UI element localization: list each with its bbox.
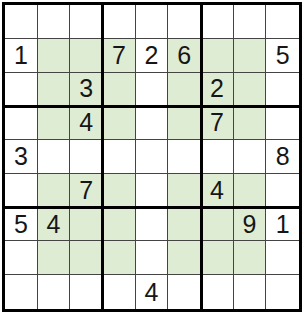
cell-r6c4[interactable] — [103, 174, 136, 208]
cell-r1c6[interactable] — [168, 5, 201, 39]
cell-r2c6[interactable]: 6 — [168, 39, 201, 73]
cell-r6c9[interactable] — [266, 174, 299, 208]
cell-r5c2[interactable] — [38, 140, 71, 174]
cell-r5c5[interactable] — [136, 140, 169, 174]
cell-r3c4[interactable] — [103, 73, 136, 107]
cell-r3c8[interactable] — [234, 73, 267, 107]
cell-r7c3[interactable] — [70, 208, 103, 242]
cell-r5c7[interactable] — [201, 140, 234, 174]
cell-r4c8[interactable] — [234, 106, 267, 140]
cell-r7c9[interactable]: 1 — [266, 208, 299, 242]
cell-r6c8[interactable] — [234, 174, 267, 208]
cell-r6c6[interactable] — [168, 174, 201, 208]
cell-r7c2[interactable]: 4 — [38, 208, 71, 242]
cell-r6c7[interactable]: 4 — [201, 174, 234, 208]
cell-r7c5[interactable] — [136, 208, 169, 242]
cell-r5c9[interactable]: 8 — [266, 140, 299, 174]
cell-r2c8[interactable] — [234, 39, 267, 73]
cell-r9c7[interactable] — [201, 275, 234, 309]
cell-r2c4[interactable]: 7 — [103, 39, 136, 73]
cell-r4c2[interactable] — [38, 106, 71, 140]
cell-r2c2[interactable] — [38, 39, 71, 73]
cell-r3c1[interactable] — [5, 73, 38, 107]
cell-r8c8[interactable] — [234, 241, 267, 275]
cell-r3c9[interactable] — [266, 73, 299, 107]
box-divider-horizontal-1 — [5, 105, 299, 108]
cell-r5c1[interactable]: 3 — [5, 140, 38, 174]
cell-r7c7[interactable] — [201, 208, 234, 242]
cell-r9c8[interactable] — [234, 275, 267, 309]
cell-r7c6[interactable] — [168, 208, 201, 242]
cell-r8c4[interactable] — [103, 241, 136, 275]
cell-r3c3[interactable]: 3 — [70, 73, 103, 107]
cell-r5c8[interactable] — [234, 140, 267, 174]
cell-r6c2[interactable] — [38, 174, 71, 208]
cell-r1c3[interactable] — [70, 5, 103, 39]
cell-r6c5[interactable] — [136, 174, 169, 208]
cell-r1c7[interactable] — [201, 5, 234, 39]
cell-r7c8[interactable]: 9 — [234, 208, 267, 242]
cell-r5c4[interactable] — [103, 140, 136, 174]
cell-r4c4[interactable] — [103, 106, 136, 140]
cell-r5c3[interactable] — [70, 140, 103, 174]
cell-r4c9[interactable] — [266, 106, 299, 140]
cell-r9c3[interactable] — [70, 275, 103, 309]
cell-r1c1[interactable] — [5, 5, 38, 39]
cell-r6c1[interactable] — [5, 174, 38, 208]
box-divider-vertical-2 — [200, 5, 203, 309]
cell-r8c3[interactable] — [70, 241, 103, 275]
cell-r8c2[interactable] — [38, 241, 71, 275]
cell-r5c6[interactable] — [168, 140, 201, 174]
cell-r9c9[interactable] — [266, 275, 299, 309]
cell-r4c5[interactable] — [136, 106, 169, 140]
cell-r9c5[interactable]: 4 — [136, 275, 169, 309]
cell-r2c7[interactable] — [201, 39, 234, 73]
cell-r8c5[interactable] — [136, 241, 169, 275]
cell-r6c3[interactable]: 7 — [70, 174, 103, 208]
cell-r4c6[interactable] — [168, 106, 201, 140]
cell-r3c2[interactable] — [38, 73, 71, 107]
cell-r1c4[interactable] — [103, 5, 136, 39]
cell-r8c1[interactable] — [5, 241, 38, 275]
cell-r9c4[interactable] — [103, 275, 136, 309]
cell-r2c5[interactable]: 2 — [136, 39, 169, 73]
cell-r4c7[interactable]: 7 — [201, 106, 234, 140]
cell-r1c9[interactable] — [266, 5, 299, 39]
sudoku-board: 172653247387454914 — [2, 2, 302, 312]
cell-r8c9[interactable] — [266, 241, 299, 275]
cell-r8c7[interactable] — [201, 241, 234, 275]
cell-r3c7[interactable]: 2 — [201, 73, 234, 107]
cell-r4c3[interactable]: 4 — [70, 106, 103, 140]
cell-r2c3[interactable] — [70, 39, 103, 73]
cell-r2c1[interactable]: 1 — [5, 39, 38, 73]
cell-r3c5[interactable] — [136, 73, 169, 107]
cell-r1c2[interactable] — [38, 5, 71, 39]
box-divider-horizontal-2 — [5, 206, 299, 209]
cell-r2c9[interactable]: 5 — [266, 39, 299, 73]
cell-r1c8[interactable] — [234, 5, 267, 39]
cell-r9c6[interactable] — [168, 275, 201, 309]
cell-r3c6[interactable] — [168, 73, 201, 107]
cell-r1c5[interactable] — [136, 5, 169, 39]
cell-r9c1[interactable] — [5, 275, 38, 309]
cell-r8c6[interactable] — [168, 241, 201, 275]
cell-r7c4[interactable] — [103, 208, 136, 242]
cell-r7c1[interactable]: 5 — [5, 208, 38, 242]
cell-r9c2[interactable] — [38, 275, 71, 309]
cell-r4c1[interactable] — [5, 106, 38, 140]
box-divider-vertical-1 — [101, 5, 104, 309]
